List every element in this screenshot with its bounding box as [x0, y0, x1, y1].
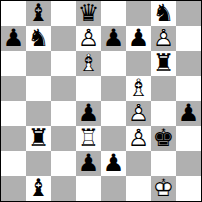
piece-black-pawn: ♟ [1, 26, 26, 51]
piece-outline: ♙ [78, 26, 100, 51]
square-f1[interactable] [126, 176, 151, 201]
square-e5[interactable] [101, 76, 126, 101]
piece-glyph: ♚ [153, 126, 175, 151]
square-d4[interactable]: ♟ [76, 101, 101, 126]
square-b7[interactable]: ♞ [26, 26, 51, 51]
square-c5[interactable] [51, 76, 76, 101]
piece-outline: ♙ [153, 26, 175, 51]
square-a7[interactable]: ♟ [1, 26, 26, 51]
square-b6[interactable] [26, 51, 51, 76]
square-g1[interactable]: ♚♔ [151, 176, 176, 201]
piece-black-pawn: ♟ [126, 26, 151, 51]
square-d8[interactable]: ♛ [76, 1, 101, 26]
square-a1[interactable] [1, 176, 26, 201]
square-e1[interactable] [101, 176, 126, 201]
square-f2[interactable] [126, 151, 151, 176]
square-a4[interactable] [1, 101, 26, 126]
square-d6[interactable]: ♝♗ [76, 51, 101, 76]
square-c2[interactable] [51, 151, 76, 176]
square-f6[interactable] [126, 51, 151, 76]
piece-black-rook: ♜ [151, 51, 176, 76]
square-a5[interactable] [1, 76, 26, 101]
piece-black-bishop: ♝ [26, 176, 51, 201]
square-g5[interactable] [151, 76, 176, 101]
square-a2[interactable] [1, 151, 26, 176]
piece-black-pawn: ♟ [176, 101, 201, 126]
square-f7[interactable]: ♟ [126, 26, 151, 51]
square-b4[interactable] [26, 101, 51, 126]
square-e7[interactable]: ♟ [101, 26, 126, 51]
piece-white-bishop: ♝♗ [126, 76, 151, 101]
piece-glyph: ♛ [78, 1, 100, 26]
square-d5[interactable] [76, 76, 101, 101]
piece-black-king: ♚ [151, 126, 176, 151]
piece-outline: ♔ [153, 176, 175, 201]
piece-white-king: ♚♔ [151, 176, 176, 201]
square-g8[interactable]: ♞ [151, 1, 176, 26]
piece-glyph: ♟ [78, 101, 100, 126]
square-g2[interactable] [151, 151, 176, 176]
square-g4[interactable] [151, 101, 176, 126]
piece-glyph: ♟ [128, 26, 150, 51]
piece-glyph: ♟ [78, 151, 100, 176]
square-e6[interactable] [101, 51, 126, 76]
square-g3[interactable]: ♚ [151, 126, 176, 151]
piece-white-pawn: ♟♙ [151, 26, 176, 51]
square-d1[interactable] [76, 176, 101, 201]
piece-black-bishop: ♝ [26, 1, 51, 26]
square-g7[interactable]: ♟♙ [151, 26, 176, 51]
piece-black-pawn: ♟ [76, 101, 101, 126]
piece-outline: ♖ [78, 126, 100, 151]
square-h3[interactable] [176, 126, 201, 151]
square-e8[interactable] [101, 1, 126, 26]
piece-white-bishop: ♝♗ [76, 51, 101, 76]
piece-white-pawn: ♟♙ [126, 101, 151, 126]
square-h6[interactable] [176, 51, 201, 76]
square-b8[interactable]: ♝ [26, 1, 51, 26]
piece-black-knight: ♞ [151, 1, 176, 26]
piece-glyph: ♟ [3, 26, 25, 51]
square-f8[interactable] [126, 1, 151, 26]
square-e3[interactable] [101, 126, 126, 151]
square-a6[interactable] [1, 51, 26, 76]
square-a8[interactable] [1, 1, 26, 26]
square-c7[interactable] [51, 26, 76, 51]
square-d3[interactable]: ♜♖ [76, 126, 101, 151]
square-b1[interactable]: ♝ [26, 176, 51, 201]
piece-glyph: ♜ [28, 126, 50, 151]
piece-outline: ♗ [78, 51, 100, 76]
square-c6[interactable] [51, 51, 76, 76]
square-h5[interactable] [176, 76, 201, 101]
square-f3[interactable]: ♟♙ [126, 126, 151, 151]
square-b5[interactable] [26, 76, 51, 101]
square-c3[interactable] [51, 126, 76, 151]
piece-black-rook: ♜ [26, 126, 51, 151]
piece-glyph: ♟ [178, 101, 200, 126]
square-d2[interactable]: ♟ [76, 151, 101, 176]
piece-black-pawn: ♟ [101, 151, 126, 176]
square-f5[interactable]: ♝♗ [126, 76, 151, 101]
piece-glyph: ♜ [153, 51, 175, 76]
square-f4[interactable]: ♟♙ [126, 101, 151, 126]
piece-glyph: ♝ [28, 176, 50, 201]
piece-glyph: ♝ [28, 1, 50, 26]
square-e2[interactable]: ♟ [101, 151, 126, 176]
piece-white-pawn: ♟♙ [76, 26, 101, 51]
piece-black-knight: ♞ [26, 26, 51, 51]
square-c1[interactable] [51, 176, 76, 201]
square-b3[interactable]: ♜ [26, 126, 51, 151]
square-c4[interactable] [51, 101, 76, 126]
square-h2[interactable] [176, 151, 201, 176]
square-h7[interactable] [176, 26, 201, 51]
piece-outline: ♙ [128, 101, 150, 126]
square-h1[interactable] [176, 176, 201, 201]
square-a3[interactable] [1, 126, 26, 151]
piece-glyph: ♟ [103, 151, 125, 176]
square-b2[interactable] [26, 151, 51, 176]
piece-black-pawn: ♟ [101, 26, 126, 51]
piece-glyph: ♞ [28, 26, 50, 51]
piece-black-pawn: ♟ [76, 151, 101, 176]
square-e4[interactable] [101, 101, 126, 126]
square-d7[interactable]: ♟♙ [76, 26, 101, 51]
piece-glyph: ♞ [153, 1, 175, 26]
piece-white-rook: ♜♖ [76, 126, 101, 151]
piece-black-queen: ♛ [76, 1, 101, 26]
square-h8[interactable] [176, 1, 201, 26]
square-h4[interactable]: ♟ [176, 101, 201, 126]
square-g6[interactable]: ♜ [151, 51, 176, 76]
piece-glyph: ♟ [103, 26, 125, 51]
piece-outline: ♗ [128, 76, 150, 101]
piece-outline: ♙ [128, 126, 150, 151]
square-c8[interactable] [51, 1, 76, 26]
piece-white-pawn: ♟♙ [126, 126, 151, 151]
chess-board: ♝♛♞♟♞♟♙♟♟♟♙♝♗♜♝♗♟♟♙♟♜♜♖♟♙♚♟♟♝♚♔ [0, 0, 202, 202]
